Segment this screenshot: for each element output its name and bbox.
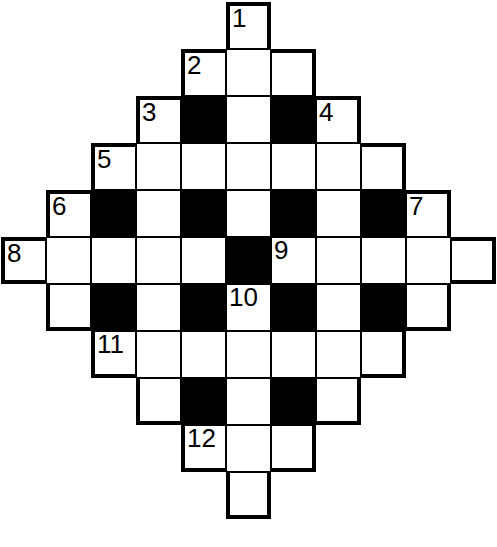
white-square-r10c5[interactable]: 12 <box>181 425 226 472</box>
outside-area <box>361 472 406 519</box>
white-square-r6c11[interactable] <box>451 237 496 284</box>
white-square-r6c3[interactable] <box>91 237 136 284</box>
white-square-r6c9[interactable] <box>361 237 406 284</box>
white-square-r2c7[interactable] <box>271 49 316 96</box>
black-square-r7c3 <box>91 284 136 331</box>
outside-area <box>406 49 451 96</box>
outside-area <box>1 425 46 472</box>
outside-area <box>451 378 496 425</box>
white-square-r7c10[interactable] <box>406 284 451 331</box>
white-square-r8c9[interactable] <box>361 331 406 378</box>
clue-number-9: 9 <box>274 238 288 262</box>
white-square-r5c6[interactable] <box>226 190 271 237</box>
outside-area <box>46 472 91 519</box>
outside-area <box>136 2 181 49</box>
clue-number-2: 2 <box>187 53 201 77</box>
black-square-r5c3 <box>91 190 136 237</box>
black-square-r9c5 <box>181 378 226 425</box>
clue-number-10: 10 <box>229 285 258 309</box>
white-square-r4c4[interactable] <box>136 143 181 190</box>
black-square-r7c5 <box>181 284 226 331</box>
white-square-r7c2[interactable] <box>46 284 91 331</box>
white-square-r6c8[interactable] <box>316 237 361 284</box>
outside-area <box>46 143 91 190</box>
clue-number-1: 1 <box>232 6 246 30</box>
white-square-r6c2[interactable] <box>46 237 91 284</box>
outside-area <box>136 49 181 96</box>
outside-area <box>46 49 91 96</box>
white-square-r2c5[interactable]: 2 <box>181 49 226 96</box>
clue-number-5: 5 <box>97 147 111 171</box>
white-square-r1c6[interactable]: 1 <box>226 2 271 49</box>
white-square-r8c7[interactable] <box>271 331 316 378</box>
outside-area <box>136 472 181 519</box>
outside-area <box>361 425 406 472</box>
outside-area <box>1 2 46 49</box>
outside-area <box>271 2 316 49</box>
outside-area <box>91 378 136 425</box>
white-square-r7c4[interactable] <box>136 284 181 331</box>
white-square-r8c4[interactable] <box>136 331 181 378</box>
outside-area <box>316 425 361 472</box>
outside-area <box>406 378 451 425</box>
outside-area <box>451 284 496 331</box>
clue-number-11: 11 <box>97 332 124 356</box>
black-square-r7c7 <box>271 284 316 331</box>
outside-area <box>451 472 496 519</box>
black-square-r9c7 <box>271 378 316 425</box>
white-square-r4c6[interactable] <box>226 143 271 190</box>
white-square-r4c8[interactable] <box>316 143 361 190</box>
outside-area <box>316 472 361 519</box>
white-square-r3c4[interactable]: 3 <box>136 96 181 143</box>
black-square-r3c5 <box>181 96 226 143</box>
outside-area <box>46 378 91 425</box>
outside-area <box>1 378 46 425</box>
white-square-r10c6[interactable] <box>226 425 271 472</box>
outside-area <box>406 425 451 472</box>
clue-number-3: 3 <box>142 100 156 124</box>
clue-number-8: 8 <box>7 241 21 265</box>
black-square-r5c7 <box>271 190 316 237</box>
outside-area <box>361 2 406 49</box>
white-square-r7c8[interactable] <box>316 284 361 331</box>
white-square-r9c8[interactable] <box>316 378 361 425</box>
white-square-r4c9[interactable] <box>361 143 406 190</box>
clue-number-7: 7 <box>409 194 423 218</box>
outside-area <box>406 331 451 378</box>
outside-area <box>46 425 91 472</box>
white-square-r4c3[interactable]: 5 <box>91 143 136 190</box>
outside-area <box>181 472 226 519</box>
white-square-r6c10[interactable] <box>406 237 451 284</box>
outside-area <box>91 2 136 49</box>
outside-area <box>451 49 496 96</box>
white-square-r6c4[interactable] <box>136 237 181 284</box>
crossword-page: 123456789101112 <box>0 0 497 547</box>
white-square-r6c5[interactable] <box>181 237 226 284</box>
white-square-r9c4[interactable] <box>136 378 181 425</box>
outside-area <box>271 472 316 519</box>
outside-area <box>451 425 496 472</box>
outside-area <box>91 425 136 472</box>
outside-area <box>316 49 361 96</box>
outside-area <box>1 49 46 96</box>
outside-area <box>1 190 46 237</box>
outside-area <box>451 331 496 378</box>
white-square-r8c5[interactable] <box>181 331 226 378</box>
outside-area <box>46 331 91 378</box>
white-square-r8c3[interactable]: 11 <box>91 331 136 378</box>
white-square-r4c7[interactable] <box>271 143 316 190</box>
outside-area <box>1 96 46 143</box>
black-square-r6c6 <box>226 237 271 284</box>
outside-area <box>136 425 181 472</box>
white-square-r3c8[interactable]: 4 <box>316 96 361 143</box>
outside-area <box>451 2 496 49</box>
outside-area <box>451 190 496 237</box>
outside-area <box>181 2 226 49</box>
black-square-r7c9 <box>361 284 406 331</box>
white-square-r4c5[interactable] <box>181 143 226 190</box>
outside-area <box>91 472 136 519</box>
clue-number-4: 4 <box>319 100 333 124</box>
outside-area <box>91 49 136 96</box>
outside-area <box>451 143 496 190</box>
outside-area <box>361 378 406 425</box>
white-square-r7c6[interactable]: 10 <box>226 284 271 331</box>
white-square-r5c4[interactable] <box>136 190 181 237</box>
outside-area <box>406 96 451 143</box>
white-square-r6c1[interactable]: 8 <box>1 237 46 284</box>
crossword-grid: 123456789101112 <box>1 2 496 519</box>
outside-area <box>46 96 91 143</box>
white-square-r5c10[interactable]: 7 <box>406 190 451 237</box>
black-square-r5c5 <box>181 190 226 237</box>
outside-area <box>406 472 451 519</box>
outside-area <box>451 96 496 143</box>
black-square-r5c9 <box>361 190 406 237</box>
white-square-r11c6[interactable] <box>226 472 271 519</box>
white-square-r3c6[interactable] <box>226 96 271 143</box>
outside-area <box>406 2 451 49</box>
outside-area <box>361 96 406 143</box>
outside-area <box>316 2 361 49</box>
outside-area <box>46 2 91 49</box>
white-square-r6c7[interactable]: 9 <box>271 237 316 284</box>
outside-area <box>1 284 46 331</box>
white-square-r5c2[interactable]: 6 <box>46 190 91 237</box>
clue-number-12: 12 <box>187 426 216 450</box>
white-square-r10c7[interactable] <box>271 425 316 472</box>
white-square-r8c8[interactable] <box>316 331 361 378</box>
outside-area <box>91 96 136 143</box>
white-square-r2c6[interactable] <box>226 49 271 96</box>
outside-area <box>1 472 46 519</box>
outside-area <box>406 143 451 190</box>
black-square-r3c7 <box>271 96 316 143</box>
clue-number-6: 6 <box>52 194 66 218</box>
outside-area <box>361 49 406 96</box>
outside-area <box>1 331 46 378</box>
white-square-r9c6[interactable] <box>226 378 271 425</box>
outside-area <box>1 143 46 190</box>
white-square-r8c6[interactable] <box>226 331 271 378</box>
white-square-r5c8[interactable] <box>316 190 361 237</box>
